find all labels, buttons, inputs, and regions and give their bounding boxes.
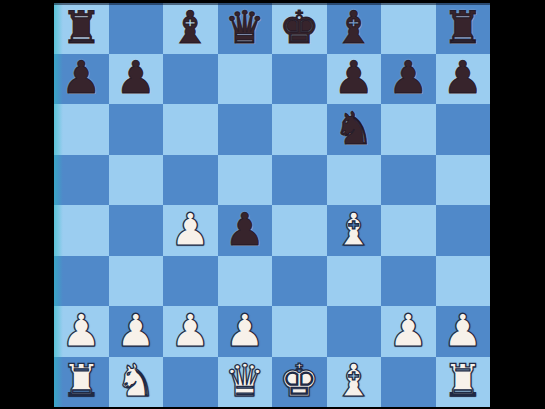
piece-black-pawn: ♟ xyxy=(61,55,101,100)
square-f3[interactable] xyxy=(327,256,382,307)
square-b7[interactable]: ♟ xyxy=(109,54,164,105)
piece-black-bishop: ♝ xyxy=(170,5,210,50)
square-d6[interactable] xyxy=(218,104,273,155)
square-e5[interactable] xyxy=(272,155,327,206)
piece-black-queen: ♛ xyxy=(225,5,265,50)
square-c8[interactable]: ♝ xyxy=(163,3,218,54)
square-d1[interactable]: ♛ xyxy=(218,357,273,408)
square-d4[interactable]: ♟ xyxy=(218,205,273,256)
square-b1[interactable]: ♞ xyxy=(109,357,164,408)
square-e2[interactable] xyxy=(272,306,327,357)
square-c2[interactable]: ♟ xyxy=(163,306,218,357)
square-e8[interactable]: ♚ xyxy=(272,3,327,54)
square-g2[interactable]: ♟ xyxy=(381,306,436,357)
square-c5[interactable] xyxy=(163,155,218,206)
square-b4[interactable] xyxy=(109,205,164,256)
square-c1[interactable] xyxy=(163,357,218,408)
piece-black-pawn: ♟ xyxy=(225,207,265,252)
square-d8[interactable]: ♛ xyxy=(218,3,273,54)
square-b2[interactable]: ♟ xyxy=(109,306,164,357)
piece-black-rook: ♜ xyxy=(61,5,101,50)
piece-white-pawn: ♟ xyxy=(170,207,210,252)
piece-white-pawn: ♟ xyxy=(116,308,156,353)
square-a3[interactable] xyxy=(54,256,109,307)
square-c4[interactable]: ♟ xyxy=(163,205,218,256)
square-f5[interactable] xyxy=(327,155,382,206)
piece-black-rook: ♜ xyxy=(443,5,483,50)
square-c6[interactable] xyxy=(163,104,218,155)
square-b5[interactable] xyxy=(109,155,164,206)
piece-black-pawn: ♟ xyxy=(388,55,428,100)
square-c3[interactable] xyxy=(163,256,218,307)
piece-black-knight: ♞ xyxy=(334,106,374,151)
square-b3[interactable] xyxy=(109,256,164,307)
square-g4[interactable] xyxy=(381,205,436,256)
piece-white-king: ♚ xyxy=(279,358,319,403)
square-g1[interactable] xyxy=(381,357,436,408)
square-f8[interactable]: ♝ xyxy=(327,3,382,54)
square-b8[interactable] xyxy=(109,3,164,54)
piece-white-rook: ♜ xyxy=(61,358,101,403)
square-h4[interactable] xyxy=(436,205,491,256)
piece-black-pawn: ♟ xyxy=(443,55,483,100)
piece-white-rook: ♜ xyxy=(443,358,483,403)
square-e1[interactable]: ♚ xyxy=(272,357,327,408)
square-f1[interactable]: ♝ xyxy=(327,357,382,408)
square-a7[interactable]: ♟ xyxy=(54,54,109,105)
piece-white-pawn: ♟ xyxy=(170,308,210,353)
square-f2[interactable] xyxy=(327,306,382,357)
square-b6[interactable] xyxy=(109,104,164,155)
square-a8[interactable]: ♜ xyxy=(54,3,109,54)
square-f4[interactable]: ♝ xyxy=(327,205,382,256)
square-f6[interactable]: ♞ xyxy=(327,104,382,155)
piece-white-pawn: ♟ xyxy=(225,308,265,353)
square-g7[interactable]: ♟ xyxy=(381,54,436,105)
piece-white-pawn: ♟ xyxy=(443,308,483,353)
square-g6[interactable] xyxy=(381,104,436,155)
square-h5[interactable] xyxy=(436,155,491,206)
square-h1[interactable]: ♜ xyxy=(436,357,491,408)
square-g3[interactable] xyxy=(381,256,436,307)
piece-white-bishop: ♝ xyxy=(334,358,374,403)
piece-black-king: ♚ xyxy=(279,5,319,50)
square-h7[interactable]: ♟ xyxy=(436,54,491,105)
square-a6[interactable] xyxy=(54,104,109,155)
square-e6[interactable] xyxy=(272,104,327,155)
piece-black-pawn: ♟ xyxy=(334,55,374,100)
chess-board: ♜♝♛♚♝♜♟♟♟♟♟♞♟♟♝♟♟♟♟♟♟♜♞♛♚♝♜ xyxy=(54,3,490,407)
piece-black-pawn: ♟ xyxy=(116,55,156,100)
square-g8[interactable] xyxy=(381,3,436,54)
square-e4[interactable] xyxy=(272,205,327,256)
square-h8[interactable]: ♜ xyxy=(436,3,491,54)
square-a1[interactable]: ♜ xyxy=(54,357,109,408)
square-e3[interactable] xyxy=(272,256,327,307)
square-g5[interactable] xyxy=(381,155,436,206)
square-d3[interactable] xyxy=(218,256,273,307)
piece-white-knight: ♞ xyxy=(116,358,156,403)
square-d7[interactable] xyxy=(218,54,273,105)
square-h6[interactable] xyxy=(436,104,491,155)
square-d5[interactable] xyxy=(218,155,273,206)
square-e7[interactable] xyxy=(272,54,327,105)
square-f7[interactable]: ♟ xyxy=(327,54,382,105)
square-a5[interactable] xyxy=(54,155,109,206)
square-d2[interactable]: ♟ xyxy=(218,306,273,357)
video-frame: ♜♝♛♚♝♜♟♟♟♟♟♞♟♟♝♟♟♟♟♟♟♜♞♛♚♝♜ xyxy=(0,0,545,409)
square-a2[interactable]: ♟ xyxy=(54,306,109,357)
square-h2[interactable]: ♟ xyxy=(436,306,491,357)
piece-white-pawn: ♟ xyxy=(61,308,101,353)
piece-black-bishop: ♝ xyxy=(334,5,374,50)
square-a4[interactable] xyxy=(54,205,109,256)
square-c7[interactable] xyxy=(163,54,218,105)
piece-white-pawn: ♟ xyxy=(388,308,428,353)
piece-white-bishop: ♝ xyxy=(334,207,374,252)
piece-white-queen: ♛ xyxy=(225,358,265,403)
square-h3[interactable] xyxy=(436,256,491,307)
